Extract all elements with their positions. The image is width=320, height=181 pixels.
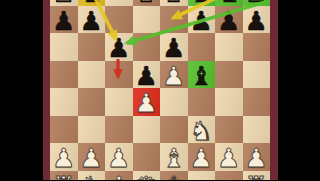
letterbox-right bbox=[278, 0, 320, 180]
square-c4[interactable] bbox=[105, 88, 133, 116]
square-f7[interactable]: ♟ bbox=[188, 6, 216, 34]
square-a2[interactable]: ♟ bbox=[50, 143, 78, 171]
piece-white-pawn-a2[interactable]: ♟ bbox=[52, 145, 75, 173]
square-c2[interactable]: ♟ bbox=[105, 143, 133, 171]
piece-white-pawn-c2[interactable]: ♟ bbox=[107, 145, 130, 173]
chess-board: ♜♞♛♚♝♞♜♟♟♟♟♟♟♟♟♟♝♟♞♟♟♟♝♟♟♟♜♞♝♛♚♜ bbox=[50, 0, 270, 180]
square-f5[interactable]: ♝ bbox=[188, 61, 216, 89]
square-b7[interactable]: ♟ bbox=[78, 6, 106, 34]
square-e2[interactable]: ♝ bbox=[160, 143, 188, 171]
piece-white-pawn-h2[interactable]: ♟ bbox=[245, 145, 268, 173]
square-g6[interactable] bbox=[215, 33, 243, 61]
piece-black-pawn-a7[interactable]: ♟ bbox=[52, 7, 75, 35]
piece-black-pawn-f7[interactable]: ♟ bbox=[190, 7, 213, 35]
piece-white-pawn-d4[interactable]: ♟ bbox=[135, 90, 158, 118]
square-e7[interactable] bbox=[160, 6, 188, 34]
square-d5[interactable]: ♟ bbox=[133, 61, 161, 89]
square-g4[interactable] bbox=[215, 88, 243, 116]
piece-black-pawn-g7[interactable]: ♟ bbox=[217, 7, 240, 35]
piece-white-pawn-b2[interactable]: ♟ bbox=[80, 145, 103, 173]
square-c1[interactable]: ♝ bbox=[105, 171, 133, 181]
square-a7[interactable]: ♟ bbox=[50, 6, 78, 34]
square-h4[interactable] bbox=[243, 88, 271, 116]
piece-white-knight-b1[interactable]: ♞ bbox=[80, 172, 103, 180]
square-e3[interactable] bbox=[160, 116, 188, 144]
square-d3[interactable] bbox=[133, 116, 161, 144]
square-d7[interactable] bbox=[133, 6, 161, 34]
board-frame: ♜♞♛♚♝♞♜♟♟♟♟♟♟♟♟♟♝♟♞♟♟♟♝♟♟♟♜♞♝♛♚♜ bbox=[43, 0, 278, 180]
square-h1[interactable]: ♜ bbox=[243, 171, 271, 181]
square-b5[interactable] bbox=[78, 61, 106, 89]
square-c5[interactable] bbox=[105, 61, 133, 89]
piece-white-bishop-e2[interactable]: ♝ bbox=[162, 145, 185, 173]
square-b2[interactable]: ♟ bbox=[78, 143, 106, 171]
square-f3[interactable]: ♞ bbox=[188, 116, 216, 144]
square-d2[interactable] bbox=[133, 143, 161, 171]
piece-white-pawn-g2[interactable]: ♟ bbox=[217, 145, 240, 173]
piece-black-pawn-b7[interactable]: ♟ bbox=[80, 7, 103, 35]
square-b3[interactable] bbox=[78, 116, 106, 144]
square-g5[interactable] bbox=[215, 61, 243, 89]
square-g7[interactable]: ♟ bbox=[215, 6, 243, 34]
square-a5[interactable] bbox=[50, 61, 78, 89]
square-b4[interactable] bbox=[78, 88, 106, 116]
piece-black-pawn-h7[interactable]: ♟ bbox=[245, 7, 268, 35]
piece-black-pawn-e6[interactable]: ♟ bbox=[162, 35, 185, 63]
square-e1[interactable]: ♚ bbox=[160, 171, 188, 181]
square-f2[interactable]: ♟ bbox=[188, 143, 216, 171]
square-d4[interactable]: ♟ bbox=[133, 88, 161, 116]
square-h6[interactable] bbox=[243, 33, 271, 61]
square-c7[interactable] bbox=[105, 6, 133, 34]
piece-white-knight-f3[interactable]: ♞ bbox=[190, 117, 213, 145]
square-e4[interactable] bbox=[160, 88, 188, 116]
board-viewport: ♜♞♛♚♝♞♜♟♟♟♟♟♟♟♟♟♝♟♞♟♟♟♝♟♟♟♜♞♝♛♚♜ bbox=[50, 0, 270, 180]
square-h5[interactable] bbox=[243, 61, 271, 89]
piece-white-rook-a1[interactable]: ♜ bbox=[52, 172, 75, 180]
piece-black-pawn-c6[interactable]: ♟ bbox=[107, 35, 130, 63]
square-b6[interactable] bbox=[78, 33, 106, 61]
square-d6[interactable] bbox=[133, 33, 161, 61]
piece-white-bishop-c1[interactable]: ♝ bbox=[107, 172, 130, 180]
square-c3[interactable] bbox=[105, 116, 133, 144]
square-f6[interactable] bbox=[188, 33, 216, 61]
piece-white-rook-h1[interactable]: ♜ bbox=[245, 172, 268, 180]
letterbox-left bbox=[0, 0, 43, 180]
piece-white-pawn-f2[interactable]: ♟ bbox=[190, 145, 213, 173]
piece-white-king-e1[interactable]: ♚ bbox=[162, 172, 185, 180]
square-f4[interactable] bbox=[188, 88, 216, 116]
square-a6[interactable] bbox=[50, 33, 78, 61]
square-h3[interactable] bbox=[243, 116, 271, 144]
piece-white-pawn-e5[interactable]: ♟ bbox=[162, 62, 185, 90]
square-a4[interactable] bbox=[50, 88, 78, 116]
square-c6[interactable]: ♟ bbox=[105, 33, 133, 61]
piece-black-pawn-d5[interactable]: ♟ bbox=[135, 62, 158, 90]
square-b1[interactable]: ♞ bbox=[78, 171, 106, 181]
piece-white-queen-d1[interactable]: ♛ bbox=[135, 172, 158, 180]
square-h2[interactable]: ♟ bbox=[243, 143, 271, 171]
square-d1[interactable]: ♛ bbox=[133, 171, 161, 181]
square-g2[interactable]: ♟ bbox=[215, 143, 243, 171]
square-g3[interactable] bbox=[215, 116, 243, 144]
square-g1[interactable] bbox=[215, 171, 243, 181]
square-e6[interactable]: ♟ bbox=[160, 33, 188, 61]
piece-black-bishop-f5[interactable]: ♝ bbox=[190, 62, 213, 90]
square-h7[interactable]: ♟ bbox=[243, 6, 271, 34]
square-a1[interactable]: ♜ bbox=[50, 171, 78, 181]
square-f1[interactable] bbox=[188, 171, 216, 181]
square-a3[interactable] bbox=[50, 116, 78, 144]
square-e5[interactable]: ♟ bbox=[160, 61, 188, 89]
